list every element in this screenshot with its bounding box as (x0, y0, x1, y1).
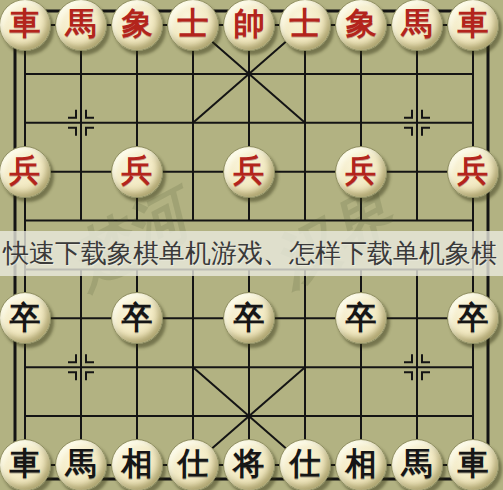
piece-glyph: 馬 (402, 8, 433, 39)
piece-glyph: 将 (234, 448, 265, 479)
piece-black-horse[interactable]: 馬 (391, 439, 443, 490)
piece-black-soldier[interactable]: 卒 (0, 292, 51, 344)
piece-glyph: 馬 (66, 8, 97, 39)
piece-glyph: 士 (290, 8, 321, 39)
piece-glyph: 車 (458, 8, 489, 39)
piece-red-general[interactable]: 帥 (223, 0, 275, 51)
piece-black-soldier[interactable]: 卒 (223, 292, 275, 344)
piece-red-soldier[interactable]: 兵 (335, 146, 387, 198)
piece-glyph: 相 (346, 448, 377, 479)
piece-red-soldier[interactable]: 兵 (223, 146, 275, 198)
piece-red-soldier[interactable]: 兵 (447, 146, 499, 198)
piece-glyph: 仕 (290, 448, 321, 479)
piece-red-chariot[interactable]: 車 (0, 0, 51, 51)
piece-black-advisor[interactable]: 仕 (279, 439, 331, 490)
piece-red-advisor[interactable]: 士 (167, 0, 219, 51)
piece-glyph: 象 (122, 8, 153, 39)
piece-glyph: 兵 (10, 155, 41, 186)
piece-black-soldier[interactable]: 卒 (335, 292, 387, 344)
piece-black-horse[interactable]: 馬 (55, 439, 107, 490)
piece-red-soldier[interactable]: 兵 (0, 146, 51, 198)
piece-glyph: 車 (458, 448, 489, 479)
piece-red-elephant[interactable]: 象 (335, 0, 387, 51)
piece-black-general[interactable]: 将 (223, 439, 275, 490)
xiangqi-board: 楚河 汉界 車馬象士帥士象馬車兵兵兵兵兵卒卒卒卒卒車馬相仕将仕相馬車 快速下载象… (0, 0, 503, 490)
piece-glyph: 兵 (346, 155, 377, 186)
piece-glyph: 兵 (458, 155, 489, 186)
piece-glyph: 兵 (122, 155, 153, 186)
piece-glyph: 兵 (234, 155, 265, 186)
piece-red-soldier[interactable]: 兵 (111, 146, 163, 198)
piece-glyph: 士 (178, 8, 209, 39)
piece-red-horse[interactable]: 馬 (391, 0, 443, 51)
piece-glyph: 馬 (402, 448, 433, 479)
caption-text: 快速下载象棋单机游戏、怎样下载单机象棋 (3, 236, 497, 271)
piece-red-chariot[interactable]: 車 (447, 0, 499, 51)
piece-black-advisor[interactable]: 仕 (167, 439, 219, 490)
piece-red-horse[interactable]: 馬 (55, 0, 107, 51)
piece-glyph: 卒 (346, 302, 377, 333)
piece-glyph: 車 (10, 448, 41, 479)
piece-black-soldier[interactable]: 卒 (111, 292, 163, 344)
piece-glyph: 卒 (10, 302, 41, 333)
piece-black-elephant[interactable]: 相 (335, 439, 387, 490)
caption-band: 快速下载象棋单机游戏、怎样下载单机象棋 (0, 231, 503, 276)
piece-red-elephant[interactable]: 象 (111, 0, 163, 51)
piece-glyph: 車 (10, 8, 41, 39)
piece-black-chariot[interactable]: 車 (447, 439, 499, 490)
piece-glyph: 象 (346, 8, 377, 39)
piece-glyph: 馬 (66, 448, 97, 479)
piece-glyph: 卒 (458, 302, 489, 333)
piece-glyph: 卒 (234, 302, 265, 333)
piece-black-elephant[interactable]: 相 (111, 439, 163, 490)
piece-red-advisor[interactable]: 士 (279, 0, 331, 51)
piece-glyph: 仕 (178, 448, 209, 479)
piece-glyph: 相 (122, 448, 153, 479)
piece-glyph: 帥 (234, 8, 265, 39)
piece-black-chariot[interactable]: 車 (0, 439, 51, 490)
piece-black-soldier[interactable]: 卒 (447, 292, 499, 344)
piece-glyph: 卒 (122, 302, 153, 333)
